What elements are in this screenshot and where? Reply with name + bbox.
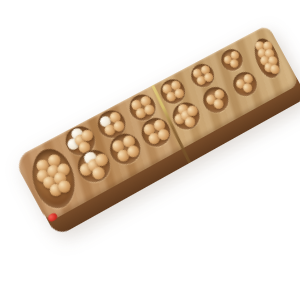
mancala-board — [13, 24, 300, 239]
ball — [269, 64, 281, 76]
product-photo — [0, 0, 300, 300]
